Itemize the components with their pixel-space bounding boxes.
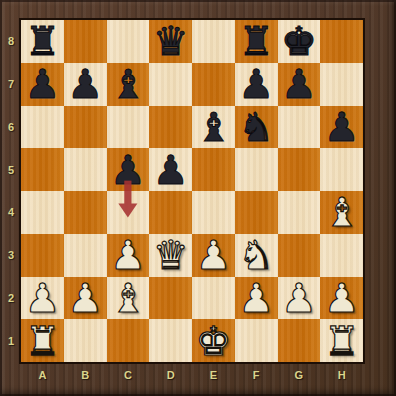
square-d2[interactable] <box>149 277 192 320</box>
square-d8[interactable]: ♛ <box>149 20 192 63</box>
piece-white-pawn: ♟ <box>324 278 360 318</box>
square-h5[interactable] <box>320 148 363 191</box>
file-label-b: B <box>81 369 89 381</box>
piece-black-pawn: ♟ <box>110 150 146 190</box>
square-a5[interactable] <box>21 148 64 191</box>
square-e6[interactable]: ♝ <box>192 106 235 149</box>
square-c1[interactable] <box>107 319 150 362</box>
square-e3[interactable]: ♟ <box>192 234 235 277</box>
square-f2[interactable]: ♟ <box>235 277 278 320</box>
square-b5[interactable] <box>64 148 107 191</box>
square-d7[interactable] <box>149 63 192 106</box>
piece-white-bishop: ♝ <box>324 192 360 232</box>
piece-white-knight: ♞ <box>238 235 274 275</box>
square-d1[interactable] <box>149 319 192 362</box>
square-h3[interactable] <box>320 234 363 277</box>
piece-white-pawn: ♟ <box>67 278 103 318</box>
piece-black-knight: ♞ <box>238 107 274 147</box>
piece-white-bishop: ♝ <box>110 278 146 318</box>
square-f6[interactable]: ♞ <box>235 106 278 149</box>
square-c5[interactable]: ♟ <box>107 148 150 191</box>
file-label-e: E <box>210 369 217 381</box>
piece-black-pawn: ♟ <box>324 107 360 147</box>
rank-label-4: 4 <box>8 206 14 218</box>
piece-white-pawn: ♟ <box>238 278 274 318</box>
rank-label-7: 7 <box>8 78 14 90</box>
square-g2[interactable]: ♟ <box>278 277 321 320</box>
square-g7[interactable]: ♟ <box>278 63 321 106</box>
square-b4[interactable] <box>64 191 107 234</box>
square-c2[interactable]: ♝ <box>107 277 150 320</box>
square-f7[interactable]: ♟ <box>235 63 278 106</box>
square-b2[interactable]: ♟ <box>64 277 107 320</box>
square-a3[interactable] <box>21 234 64 277</box>
piece-white-pawn: ♟ <box>110 235 146 275</box>
square-e8[interactable] <box>192 20 235 63</box>
square-h4[interactable]: ♝ <box>320 191 363 234</box>
square-a4[interactable] <box>21 191 64 234</box>
square-a1[interactable]: ♜ <box>21 319 64 362</box>
piece-white-rook: ♜ <box>324 321 360 361</box>
square-b8[interactable] <box>64 20 107 63</box>
piece-white-rook: ♜ <box>24 321 60 361</box>
square-h2[interactable]: ♟ <box>320 277 363 320</box>
square-h6[interactable]: ♟ <box>320 106 363 149</box>
square-d3[interactable]: ♛ <box>149 234 192 277</box>
square-f8[interactable]: ♜ <box>235 20 278 63</box>
rank-label-1: 1 <box>8 335 14 347</box>
piece-black-queen: ♛ <box>153 21 189 61</box>
square-d4[interactable] <box>149 191 192 234</box>
square-d6[interactable] <box>149 106 192 149</box>
square-h7[interactable] <box>320 63 363 106</box>
piece-black-bishop: ♝ <box>110 64 146 104</box>
square-g5[interactable] <box>278 148 321 191</box>
square-c7[interactable]: ♝ <box>107 63 150 106</box>
piece-black-king: ♚ <box>281 21 317 61</box>
rank-label-8: 8 <box>8 35 14 47</box>
square-e2[interactable] <box>192 277 235 320</box>
square-f3[interactable]: ♞ <box>235 234 278 277</box>
square-b1[interactable] <box>64 319 107 362</box>
square-e5[interactable] <box>192 148 235 191</box>
rank-label-2: 2 <box>8 292 14 304</box>
square-b6[interactable] <box>64 106 107 149</box>
square-f4[interactable] <box>235 191 278 234</box>
file-label-h: H <box>338 369 346 381</box>
rank-label-6: 6 <box>8 121 14 133</box>
square-g8[interactable]: ♚ <box>278 20 321 63</box>
rank-label-3: 3 <box>8 249 14 261</box>
square-c8[interactable] <box>107 20 150 63</box>
piece-white-pawn: ♟ <box>24 278 60 318</box>
piece-black-pawn: ♟ <box>281 64 317 104</box>
square-c3[interactable]: ♟ <box>107 234 150 277</box>
square-g6[interactable] <box>278 106 321 149</box>
piece-black-bishop: ♝ <box>195 107 231 147</box>
piece-black-rook: ♜ <box>24 21 60 61</box>
piece-black-pawn: ♟ <box>238 64 274 104</box>
file-label-d: D <box>167 369 175 381</box>
square-h8[interactable] <box>320 20 363 63</box>
square-a8[interactable]: ♜ <box>21 20 64 63</box>
piece-white-queen: ♛ <box>153 235 189 275</box>
square-f1[interactable] <box>235 319 278 362</box>
square-e4[interactable] <box>192 191 235 234</box>
file-label-a: A <box>38 369 46 381</box>
square-h1[interactable]: ♜ <box>320 319 363 362</box>
piece-white-pawn: ♟ <box>281 278 317 318</box>
square-f5[interactable] <box>235 148 278 191</box>
square-b7[interactable]: ♟ <box>64 63 107 106</box>
square-g3[interactable] <box>278 234 321 277</box>
square-a7[interactable]: ♟ <box>21 63 64 106</box>
square-c6[interactable] <box>107 106 150 149</box>
chess-app-window: ♜♛♜♚♟♟♝♟♟♝♞♟♟♟♝♟♛♟♞♟♟♝♟♟♟♜♚♜ ABCDEFGH876… <box>0 0 396 396</box>
square-g4[interactable] <box>278 191 321 234</box>
file-label-g: G <box>295 369 304 381</box>
file-label-c: C <box>124 369 132 381</box>
square-a6[interactable] <box>21 106 64 149</box>
rank-label-5: 5 <box>8 164 14 176</box>
square-d5[interactable]: ♟ <box>149 148 192 191</box>
square-e1[interactable]: ♚ <box>192 319 235 362</box>
piece-black-pawn: ♟ <box>24 64 60 104</box>
square-e7[interactable] <box>192 63 235 106</box>
piece-black-rook: ♜ <box>238 21 274 61</box>
piece-white-pawn: ♟ <box>195 235 231 275</box>
piece-black-pawn: ♟ <box>67 64 103 104</box>
chess-board[interactable]: ♜♛♜♚♟♟♝♟♟♝♞♟♟♟♝♟♛♟♞♟♟♝♟♟♟♜♚♜ <box>19 18 365 364</box>
square-g1[interactable] <box>278 319 321 362</box>
piece-white-king: ♚ <box>195 321 231 361</box>
square-b3[interactable] <box>64 234 107 277</box>
square-a2[interactable]: ♟ <box>21 277 64 320</box>
piece-black-pawn: ♟ <box>153 150 189 190</box>
file-label-f: F <box>253 369 260 381</box>
square-c4[interactable] <box>107 191 150 234</box>
